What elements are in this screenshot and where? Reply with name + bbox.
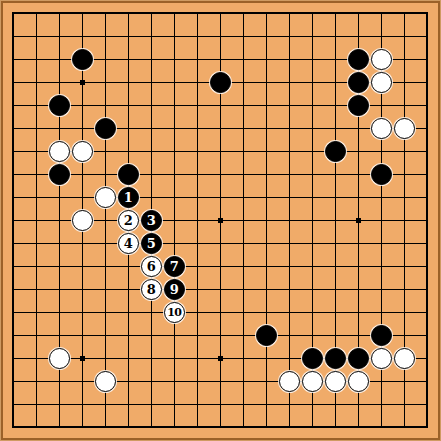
board-intersection[interactable] — [255, 25, 278, 48]
board-intersection[interactable] — [163, 94, 186, 117]
board-intersection[interactable] — [94, 347, 117, 370]
board-intersection[interactable] — [25, 347, 48, 370]
board-intersection[interactable] — [186, 209, 209, 232]
board-intersection[interactable] — [393, 71, 416, 94]
board-intersection[interactable] — [370, 25, 393, 48]
board-intersection[interactable] — [278, 94, 301, 117]
board-intersection[interactable] — [140, 416, 163, 439]
board-intersection[interactable] — [278, 209, 301, 232]
board-intersection[interactable] — [232, 25, 255, 48]
board-intersection[interactable] — [301, 209, 324, 232]
board-intersection[interactable] — [324, 48, 347, 71]
board-intersection[interactable] — [255, 370, 278, 393]
board-intersection[interactable] — [94, 393, 117, 416]
board-intersection[interactable] — [347, 117, 370, 140]
board-intersection[interactable] — [71, 370, 94, 393]
board-intersection[interactable] — [163, 186, 186, 209]
board-intersection[interactable] — [94, 209, 117, 232]
board-intersection[interactable] — [324, 163, 347, 186]
board-intersection[interactable] — [324, 186, 347, 209]
board-intersection[interactable] — [2, 232, 25, 255]
board-intersection[interactable] — [209, 324, 232, 347]
board-intersection[interactable] — [370, 255, 393, 278]
board-intersection[interactable] — [48, 416, 71, 439]
board-intersection[interactable] — [278, 278, 301, 301]
board-intersection[interactable] — [301, 71, 324, 94]
board-intersection[interactable] — [209, 186, 232, 209]
board-intersection[interactable] — [48, 301, 71, 324]
board-intersection[interactable] — [324, 232, 347, 255]
board-intersection[interactable] — [25, 324, 48, 347]
board-intersection[interactable] — [324, 2, 347, 25]
board-intersection[interactable] — [324, 301, 347, 324]
board-intersection[interactable] — [416, 278, 439, 301]
board-intersection[interactable] — [301, 278, 324, 301]
board-intersection[interactable] — [255, 48, 278, 71]
board-intersection[interactable] — [71, 163, 94, 186]
board-intersection[interactable] — [301, 163, 324, 186]
board-intersection[interactable] — [25, 209, 48, 232]
board-intersection[interactable] — [186, 117, 209, 140]
board-intersection[interactable] — [48, 209, 71, 232]
board-intersection[interactable] — [301, 255, 324, 278]
board-intersection[interactable] — [117, 393, 140, 416]
board-intersection[interactable] — [416, 393, 439, 416]
board-intersection[interactable] — [232, 347, 255, 370]
board-intersection[interactable] — [370, 2, 393, 25]
board-intersection[interactable] — [370, 393, 393, 416]
board-intersection[interactable] — [324, 393, 347, 416]
board-intersection[interactable] — [186, 48, 209, 71]
board-intersection[interactable] — [2, 94, 25, 117]
board-intersection[interactable] — [48, 232, 71, 255]
board-intersection[interactable] — [416, 48, 439, 71]
board-intersection[interactable] — [71, 232, 94, 255]
board-intersection[interactable] — [301, 117, 324, 140]
board-intersection[interactable] — [324, 94, 347, 117]
board-intersection[interactable] — [94, 255, 117, 278]
board-intersection[interactable] — [370, 186, 393, 209]
board-intersection[interactable] — [278, 117, 301, 140]
board-intersection[interactable] — [393, 94, 416, 117]
board-intersection[interactable] — [25, 278, 48, 301]
board-intersection[interactable] — [393, 301, 416, 324]
board-intersection[interactable] — [140, 347, 163, 370]
board-intersection[interactable] — [25, 71, 48, 94]
board-intersection[interactable] — [117, 140, 140, 163]
board-intersection[interactable] — [301, 140, 324, 163]
board-intersection[interactable] — [278, 347, 301, 370]
board-intersection[interactable] — [232, 301, 255, 324]
board-intersection[interactable] — [416, 416, 439, 439]
board-intersection[interactable] — [71, 278, 94, 301]
board-intersection[interactable] — [232, 48, 255, 71]
board-intersection[interactable] — [186, 255, 209, 278]
board-intersection[interactable] — [186, 140, 209, 163]
board-intersection[interactable] — [2, 2, 25, 25]
board-intersection[interactable] — [25, 25, 48, 48]
board-intersection[interactable] — [416, 25, 439, 48]
board-intersection[interactable] — [186, 2, 209, 25]
board-intersection[interactable] — [140, 370, 163, 393]
board-intersection[interactable] — [209, 416, 232, 439]
board-intersection[interactable] — [163, 393, 186, 416]
board-intersection[interactable] — [232, 370, 255, 393]
board-intersection[interactable] — [301, 2, 324, 25]
board-intersection[interactable] — [48, 186, 71, 209]
board-intersection[interactable] — [117, 278, 140, 301]
board-intersection[interactable] — [117, 416, 140, 439]
board-intersection[interactable] — [278, 324, 301, 347]
board-intersection[interactable] — [2, 301, 25, 324]
board-intersection[interactable] — [255, 347, 278, 370]
board-intersection[interactable] — [347, 163, 370, 186]
board-intersection[interactable] — [209, 140, 232, 163]
board-intersection[interactable] — [2, 347, 25, 370]
board-intersection[interactable] — [232, 117, 255, 140]
board-intersection[interactable] — [232, 71, 255, 94]
board-intersection[interactable] — [186, 301, 209, 324]
board-intersection[interactable] — [117, 94, 140, 117]
board-intersection[interactable] — [140, 48, 163, 71]
board-intersection[interactable] — [163, 71, 186, 94]
board-intersection[interactable] — [370, 209, 393, 232]
board-intersection[interactable] — [94, 278, 117, 301]
board-intersection[interactable] — [393, 163, 416, 186]
board-intersection[interactable] — [2, 117, 25, 140]
board-intersection[interactable] — [186, 416, 209, 439]
board-intersection[interactable] — [140, 186, 163, 209]
board-intersection[interactable] — [347, 416, 370, 439]
board-intersection[interactable] — [209, 25, 232, 48]
board-intersection[interactable] — [2, 186, 25, 209]
board-intersection[interactable] — [393, 232, 416, 255]
board-intersection[interactable] — [71, 117, 94, 140]
board-intersection[interactable] — [2, 48, 25, 71]
board-intersection[interactable] — [209, 255, 232, 278]
board-intersection[interactable] — [25, 255, 48, 278]
board-intersection[interactable] — [232, 324, 255, 347]
board-intersection[interactable] — [186, 324, 209, 347]
board-intersection[interactable] — [71, 2, 94, 25]
board-intersection[interactable] — [48, 25, 71, 48]
board-intersection[interactable] — [25, 370, 48, 393]
board-intersection[interactable] — [278, 25, 301, 48]
board-intersection[interactable] — [140, 94, 163, 117]
board-intersection[interactable] — [393, 370, 416, 393]
board-intersection[interactable] — [416, 347, 439, 370]
board-intersection[interactable] — [301, 232, 324, 255]
board-intersection[interactable] — [347, 25, 370, 48]
board-intersection[interactable] — [163, 370, 186, 393]
board-intersection[interactable] — [140, 117, 163, 140]
board-intersection[interactable] — [416, 163, 439, 186]
board-intersection[interactable] — [301, 393, 324, 416]
board-intersection[interactable] — [140, 324, 163, 347]
board-intersection[interactable] — [2, 71, 25, 94]
board-intersection[interactable] — [48, 370, 71, 393]
board-intersection[interactable] — [370, 278, 393, 301]
board-intersection[interactable] — [278, 48, 301, 71]
board-intersection[interactable] — [255, 163, 278, 186]
board-intersection[interactable] — [25, 416, 48, 439]
board-intersection[interactable] — [71, 301, 94, 324]
board-intersection[interactable] — [163, 416, 186, 439]
board-intersection[interactable] — [324, 209, 347, 232]
board-intersection[interactable] — [324, 416, 347, 439]
board-intersection[interactable] — [393, 25, 416, 48]
board-intersection[interactable] — [301, 324, 324, 347]
board-intersection[interactable] — [416, 117, 439, 140]
board-intersection[interactable] — [255, 393, 278, 416]
board-intersection[interactable] — [2, 416, 25, 439]
board-intersection[interactable] — [163, 2, 186, 25]
board-intersection[interactable] — [393, 255, 416, 278]
board-intersection[interactable] — [324, 278, 347, 301]
board-intersection[interactable] — [347, 301, 370, 324]
board-intersection[interactable] — [324, 25, 347, 48]
board-intersection[interactable] — [94, 140, 117, 163]
board-intersection[interactable] — [2, 163, 25, 186]
board-intersection[interactable] — [278, 2, 301, 25]
board-intersection[interactable] — [186, 232, 209, 255]
board-intersection[interactable] — [255, 94, 278, 117]
board-intersection[interactable] — [48, 255, 71, 278]
board-intersection[interactable] — [94, 301, 117, 324]
board-intersection[interactable] — [347, 2, 370, 25]
board-intersection[interactable] — [117, 2, 140, 25]
board-intersection[interactable] — [209, 370, 232, 393]
board-intersection[interactable] — [370, 301, 393, 324]
board-intersection[interactable] — [209, 117, 232, 140]
board-intersection[interactable] — [278, 186, 301, 209]
board-intersection[interactable] — [2, 255, 25, 278]
board-intersection[interactable] — [393, 186, 416, 209]
board-intersection[interactable] — [209, 393, 232, 416]
board-intersection[interactable] — [25, 232, 48, 255]
board-intersection[interactable] — [301, 301, 324, 324]
board-intersection[interactable] — [140, 2, 163, 25]
board-intersection[interactable] — [25, 48, 48, 71]
board-intersection[interactable] — [163, 324, 186, 347]
board-intersection[interactable] — [186, 25, 209, 48]
board-intersection[interactable] — [255, 301, 278, 324]
board-intersection[interactable] — [71, 186, 94, 209]
board-intersection[interactable] — [25, 301, 48, 324]
board-intersection[interactable] — [347, 255, 370, 278]
board-intersection[interactable] — [94, 71, 117, 94]
board-intersection[interactable] — [117, 301, 140, 324]
board-intersection[interactable] — [393, 324, 416, 347]
board-intersection[interactable] — [2, 209, 25, 232]
board-intersection[interactable] — [2, 278, 25, 301]
board-intersection[interactable] — [278, 163, 301, 186]
board-intersection[interactable] — [255, 255, 278, 278]
board-intersection[interactable] — [71, 393, 94, 416]
board-intersection[interactable] — [255, 140, 278, 163]
board-intersection[interactable] — [186, 393, 209, 416]
board-intersection[interactable] — [278, 140, 301, 163]
board-intersection[interactable] — [94, 2, 117, 25]
board-intersection[interactable] — [117, 25, 140, 48]
board-intersection[interactable] — [416, 94, 439, 117]
board-intersection[interactable] — [117, 71, 140, 94]
board-intersection[interactable] — [255, 209, 278, 232]
board-intersection[interactable] — [209, 48, 232, 71]
board-intersection[interactable] — [232, 393, 255, 416]
board-intersection[interactable] — [232, 232, 255, 255]
board-intersection[interactable] — [140, 301, 163, 324]
board-intersection[interactable] — [94, 324, 117, 347]
board-intersection[interactable] — [163, 25, 186, 48]
board-intersection[interactable] — [278, 255, 301, 278]
board-intersection[interactable] — [393, 393, 416, 416]
board-intersection[interactable] — [71, 416, 94, 439]
board-intersection[interactable] — [278, 393, 301, 416]
board-intersection[interactable] — [347, 324, 370, 347]
board-intersection[interactable] — [416, 232, 439, 255]
board-intersection[interactable] — [393, 278, 416, 301]
board-intersection[interactable] — [301, 416, 324, 439]
board-intersection[interactable] — [347, 232, 370, 255]
board-intersection[interactable] — [209, 278, 232, 301]
board-intersection[interactable] — [94, 94, 117, 117]
board-intersection[interactable] — [140, 25, 163, 48]
board-intersection[interactable] — [301, 48, 324, 71]
board-intersection[interactable] — [140, 393, 163, 416]
board-intersection[interactable] — [255, 71, 278, 94]
board-intersection[interactable] — [163, 347, 186, 370]
board-intersection[interactable] — [278, 71, 301, 94]
board-intersection[interactable] — [48, 117, 71, 140]
board-intersection[interactable] — [416, 255, 439, 278]
board-intersection[interactable] — [163, 140, 186, 163]
board-intersection[interactable] — [324, 324, 347, 347]
board-intersection[interactable] — [232, 416, 255, 439]
board-intersection[interactable] — [48, 393, 71, 416]
board-intersection[interactable] — [186, 163, 209, 186]
board-intersection[interactable] — [2, 25, 25, 48]
board-intersection[interactable] — [209, 2, 232, 25]
board-intersection[interactable] — [186, 370, 209, 393]
board-intersection[interactable] — [393, 2, 416, 25]
board-intersection[interactable] — [232, 2, 255, 25]
board-intersection[interactable] — [370, 140, 393, 163]
board-intersection[interactable] — [2, 370, 25, 393]
board-intersection[interactable] — [393, 209, 416, 232]
board-intersection[interactable] — [163, 163, 186, 186]
board-intersection[interactable] — [324, 117, 347, 140]
board-intersection[interactable] — [186, 94, 209, 117]
board-intersection[interactable] — [347, 278, 370, 301]
board-intersection[interactable] — [186, 186, 209, 209]
board-intersection[interactable] — [71, 25, 94, 48]
board-intersection[interactable] — [347, 393, 370, 416]
board-intersection[interactable] — [117, 255, 140, 278]
board-intersection[interactable] — [324, 255, 347, 278]
board-intersection[interactable] — [186, 347, 209, 370]
board-intersection[interactable] — [163, 48, 186, 71]
board-intersection[interactable] — [255, 2, 278, 25]
board-intersection[interactable] — [2, 140, 25, 163]
board-intersection[interactable] — [232, 186, 255, 209]
board-intersection[interactable] — [278, 232, 301, 255]
board-intersection[interactable] — [117, 347, 140, 370]
board-intersection[interactable] — [48, 2, 71, 25]
board-intersection[interactable] — [94, 232, 117, 255]
board-intersection[interactable] — [301, 94, 324, 117]
board-intersection[interactable] — [2, 393, 25, 416]
board-intersection[interactable] — [255, 117, 278, 140]
board-intersection[interactable] — [48, 278, 71, 301]
board-intersection[interactable] — [370, 416, 393, 439]
board-intersection[interactable] — [25, 163, 48, 186]
board-intersection[interactable] — [209, 301, 232, 324]
board-intersection[interactable] — [278, 416, 301, 439]
board-intersection[interactable] — [48, 71, 71, 94]
board-intersection[interactable] — [71, 94, 94, 117]
board-intersection[interactable] — [255, 232, 278, 255]
board-intersection[interactable] — [370, 370, 393, 393]
board-intersection[interactable] — [416, 324, 439, 347]
board-intersection[interactable] — [186, 278, 209, 301]
board-intersection[interactable] — [94, 48, 117, 71]
board-intersection[interactable] — [94, 416, 117, 439]
board-intersection[interactable] — [324, 71, 347, 94]
board-intersection[interactable] — [301, 186, 324, 209]
board-intersection[interactable] — [416, 140, 439, 163]
board-intersection[interactable] — [94, 25, 117, 48]
board-intersection[interactable] — [301, 25, 324, 48]
board-intersection[interactable] — [48, 324, 71, 347]
board-intersection[interactable] — [48, 48, 71, 71]
board-intersection[interactable] — [347, 140, 370, 163]
board-intersection[interactable] — [186, 71, 209, 94]
board-intersection[interactable] — [209, 232, 232, 255]
board-intersection[interactable] — [25, 393, 48, 416]
board-intersection[interactable] — [370, 94, 393, 117]
board-intersection[interactable] — [232, 163, 255, 186]
board-intersection[interactable] — [25, 117, 48, 140]
board-intersection[interactable] — [140, 71, 163, 94]
board-intersection[interactable] — [163, 117, 186, 140]
board-intersection[interactable] — [416, 209, 439, 232]
board-intersection[interactable] — [232, 209, 255, 232]
board-intersection[interactable] — [25, 140, 48, 163]
board-intersection[interactable] — [140, 140, 163, 163]
board-intersection[interactable] — [71, 324, 94, 347]
board-intersection[interactable] — [255, 278, 278, 301]
board-intersection[interactable] — [232, 278, 255, 301]
board-intersection[interactable] — [117, 117, 140, 140]
board-intersection[interactable] — [209, 163, 232, 186]
board-intersection[interactable] — [416, 71, 439, 94]
board-intersection[interactable] — [416, 2, 439, 25]
board-intersection[interactable] — [94, 163, 117, 186]
board-intersection[interactable] — [416, 186, 439, 209]
board-intersection[interactable] — [232, 255, 255, 278]
board-intersection[interactable] — [25, 2, 48, 25]
board-intersection[interactable] — [140, 163, 163, 186]
board-intersection[interactable] — [209, 94, 232, 117]
board-intersection[interactable] — [347, 186, 370, 209]
board-intersection[interactable] — [117, 324, 140, 347]
board-intersection[interactable] — [416, 301, 439, 324]
board-intersection[interactable] — [163, 232, 186, 255]
board-intersection[interactable] — [255, 416, 278, 439]
board-intersection[interactable] — [393, 48, 416, 71]
board-intersection[interactable] — [416, 370, 439, 393]
